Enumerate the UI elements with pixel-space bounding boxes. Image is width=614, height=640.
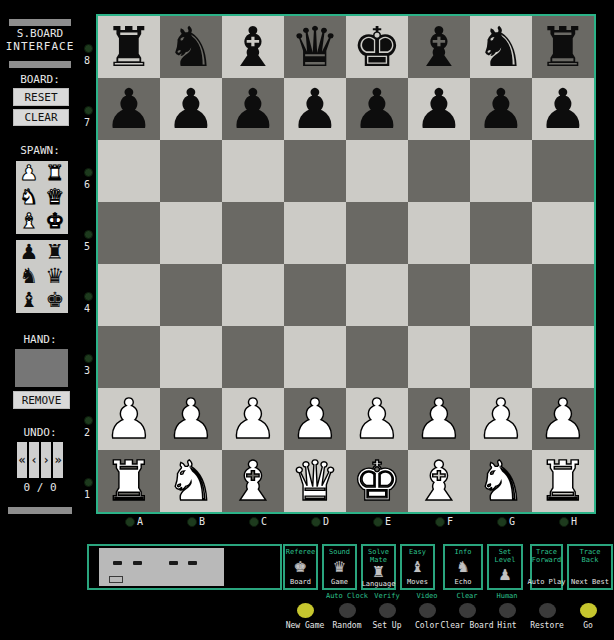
spawn-black-queen[interactable]: ♛: [42, 264, 68, 288]
black-pawn[interactable]: ♟: [538, 82, 587, 137]
square-h5[interactable]: [532, 202, 594, 264]
rank-led-1: [84, 478, 93, 487]
square-b2[interactable]: ♟: [160, 388, 222, 450]
white-knight[interactable]: ♞: [476, 454, 525, 509]
piece-glyph: ♝: [20, 290, 39, 311]
spawn-black-king[interactable]: ♚: [42, 289, 68, 313]
spawn-black-pawn[interactable]: ♟: [16, 240, 42, 264]
divider-bar-bottom: [8, 507, 72, 514]
square-d1[interactable]: ♛: [284, 450, 346, 512]
square-c6[interactable]: [222, 140, 284, 202]
panel-button-top-label: Referee: [286, 548, 316, 556]
file-led-E: [373, 517, 383, 527]
piece-glyph: ♜: [46, 242, 65, 263]
square-f7[interactable]: ♟: [408, 78, 470, 140]
white-pawn[interactable]: ♟: [414, 392, 463, 447]
square-e4[interactable]: [346, 264, 408, 326]
rank-led-2: [84, 416, 93, 425]
square-h7[interactable]: ♟: [532, 78, 594, 140]
square-e7[interactable]: ♟: [346, 78, 408, 140]
black-pawn[interactable]: ♟: [476, 82, 525, 137]
black-rook[interactable]: ♜: [104, 20, 153, 75]
file-led-G: [497, 517, 507, 527]
chess-board[interactable]: ♜♞♝♛♚♝♞♜♟♟♟♟♟♟♟♟♟♟♟♟♟♟♟♟♜♞♝♛♚♝♞♜: [96, 14, 596, 514]
square-d7[interactable]: ♟: [284, 78, 346, 140]
spawn-black-rook[interactable]: ♜: [42, 240, 68, 264]
black-pawn[interactable]: ♟: [414, 82, 463, 137]
square-a8[interactable]: ♜: [98, 16, 160, 78]
square-a6[interactable]: [98, 140, 160, 202]
square-h6[interactable]: [532, 140, 594, 202]
panel-button-bottom-label: Echo: [455, 578, 472, 586]
square-b3[interactable]: [160, 326, 222, 388]
square-c3[interactable]: [222, 326, 284, 388]
clock-digit-dash: [133, 561, 142, 565]
square-h4[interactable]: [532, 264, 594, 326]
file-led-B: [187, 517, 197, 527]
spawn-white-pawn[interactable]: ♟: [16, 161, 42, 185]
file-label-B: B: [199, 516, 205, 527]
file-labels: ABCDEFGH: [0, 514, 614, 532]
square-a7[interactable]: ♟: [98, 78, 160, 140]
square-b8[interactable]: ♞: [160, 16, 222, 78]
white-pawn[interactable]: ♟: [166, 392, 215, 447]
led-button-row: New GameAuto ClockRandomVerifySet UpVide…: [0, 592, 614, 638]
rook-icon: ♜: [372, 565, 385, 580]
panel-button-top-label: Set Level: [489, 548, 521, 565]
square-e1[interactable]: ♚: [346, 450, 408, 512]
square-d4[interactable]: [284, 264, 346, 326]
spawn-white-king[interactable]: ♚: [42, 210, 68, 234]
square-c1[interactable]: ♝: [222, 450, 284, 512]
file-label-A: A: [137, 516, 143, 527]
divider-bar-top: [9, 19, 71, 26]
black-knight[interactable]: ♞: [166, 20, 215, 75]
white-pawn[interactable]: ♟: [104, 392, 153, 447]
hand-section-label: HAND:: [0, 333, 80, 346]
white-queen[interactable]: ♛: [290, 454, 339, 509]
rank-label-6: 6: [84, 179, 90, 190]
rank-label-7: 7: [84, 117, 90, 128]
square-b1[interactable]: ♞: [160, 450, 222, 512]
clock-lcd: [99, 548, 224, 586]
square-b7[interactable]: ♟: [160, 78, 222, 140]
divider-bar-mid: [9, 61, 71, 68]
spawn-black-bishop[interactable]: ♝: [16, 289, 42, 313]
white-pawn[interactable]: ♟: [476, 392, 525, 447]
square-f4[interactable]: [408, 264, 470, 326]
panel-button-top-label: Info: [455, 548, 472, 556]
panel-button-bottom-label: Auto Play: [528, 578, 566, 586]
file-label-D: D: [323, 516, 329, 527]
pawn-icon: ♟: [498, 568, 511, 583]
square-f2[interactable]: ♟: [408, 388, 470, 450]
white-king[interactable]: ♚: [352, 454, 401, 509]
board-section-label: BOARD:: [0, 73, 80, 86]
square-c8[interactable]: ♝: [222, 16, 284, 78]
square-a4[interactable]: [98, 264, 160, 326]
white-knight[interactable]: ♞: [166, 454, 215, 509]
undo-controls: «‹›»: [17, 442, 63, 478]
led-group-go: Go: [550, 592, 614, 630]
white-bishop[interactable]: ♝: [228, 454, 277, 509]
clock-digit-dash: [169, 561, 178, 565]
square-a1[interactable]: ♜: [98, 450, 160, 512]
file-label-H: H: [571, 516, 577, 527]
square-f3[interactable]: [408, 326, 470, 388]
square-b5[interactable]: [160, 202, 222, 264]
knight-icon: ♞: [456, 560, 469, 575]
piece-glyph: ♚: [46, 211, 65, 232]
panel-button-bottom-label: Moves: [407, 578, 428, 586]
piece-glyph: ♝: [20, 211, 39, 232]
black-pawn[interactable]: ♟: [228, 82, 277, 137]
rank-led-6: [84, 168, 93, 177]
black-pawn[interactable]: ♟: [290, 82, 339, 137]
black-bishop[interactable]: ♝: [414, 20, 463, 75]
spawn-white-rook[interactable]: ♜: [42, 161, 68, 185]
spawn-white-knight[interactable]: ♞: [16, 185, 42, 209]
square-a2[interactable]: ♟: [98, 388, 160, 450]
square-e5[interactable]: [346, 202, 408, 264]
piece-glyph: ♟: [20, 242, 39, 263]
square-e3[interactable]: [346, 326, 408, 388]
square-g2[interactable]: ♟: [470, 388, 532, 450]
square-d8[interactable]: ♛: [284, 16, 346, 78]
file-label-E: E: [385, 516, 391, 527]
bishop-icon: ♝: [411, 560, 424, 575]
panel-button-bottom-label: Language: [362, 580, 396, 588]
spawn-palette-black: ♟♜♞♛♝♚: [16, 240, 68, 313]
square-g5[interactable]: [470, 202, 532, 264]
app-title-line2: INTERFACE: [0, 40, 80, 53]
white-pawn[interactable]: ♟: [290, 392, 339, 447]
rank-label-3: 3: [84, 365, 90, 376]
white-pawn[interactable]: ♟: [352, 392, 401, 447]
rank-led-5: [84, 230, 93, 239]
undo-forward-button[interactable]: ›: [41, 442, 51, 478]
file-led-F: [435, 517, 445, 527]
led-button-go[interactable]: [580, 603, 597, 618]
piece-glyph: ♜: [46, 163, 65, 184]
square-c7[interactable]: ♟: [222, 78, 284, 140]
black-queen[interactable]: ♛: [290, 20, 339, 75]
black-pawn[interactable]: ♟: [104, 82, 153, 137]
clock-panel: [87, 544, 282, 590]
rank-led-8: [84, 44, 93, 53]
square-d5[interactable]: [284, 202, 346, 264]
square-d3[interactable]: [284, 326, 346, 388]
led-mode-label: [550, 592, 614, 601]
black-knight[interactable]: ♞: [476, 20, 525, 75]
file-led-C: [249, 517, 259, 527]
white-pawn[interactable]: ♟: [538, 392, 587, 447]
black-king[interactable]: ♚: [352, 20, 401, 75]
square-g4[interactable]: [470, 264, 532, 326]
hand-box: [15, 349, 68, 387]
rank-led-7: [84, 106, 93, 115]
panel-button-info[interactable]: Info♞Echo: [443, 544, 483, 590]
square-h1[interactable]: ♜: [532, 450, 594, 512]
rank-label-4: 4: [84, 303, 90, 314]
piece-glyph: ♛: [46, 187, 65, 208]
panel-button-sound[interactable]: Sound♛Game: [322, 544, 357, 590]
queen-icon: ♛: [333, 560, 346, 575]
panel-button-easy[interactable]: Easy♝Moves: [400, 544, 435, 590]
black-rook[interactable]: ♜: [538, 20, 587, 75]
square-g7[interactable]: ♟: [470, 78, 532, 140]
app-title-line1: S.BOARD: [0, 27, 80, 40]
panel-button-bottom-label: Game: [331, 578, 348, 586]
panel-button-referee[interactable]: Referee♚Board: [283, 544, 318, 590]
clock-digit-dash: [113, 561, 122, 565]
square-e6[interactable]: [346, 140, 408, 202]
rank-label-2: 2: [84, 427, 90, 438]
piece-glyph: ♞: [20, 266, 39, 287]
clear-button[interactable]: CLEAR: [13, 109, 69, 126]
chess-interface-window: S.BOARD INTERFACE BOARD: RESET CLEAR SPA…: [0, 0, 614, 640]
file-led-D: [311, 517, 321, 527]
rank-label-1: 1: [84, 489, 90, 500]
undo-back-button[interactable]: ‹: [29, 442, 39, 478]
square-g3[interactable]: [470, 326, 532, 388]
square-d2[interactable]: ♟: [284, 388, 346, 450]
panel-button-top-label: Sound: [329, 548, 350, 556]
square-h8[interactable]: ♜: [532, 16, 594, 78]
square-b6[interactable]: [160, 140, 222, 202]
white-pawn[interactable]: ♟: [228, 392, 277, 447]
square-h3[interactable]: [532, 326, 594, 388]
square-g8[interactable]: ♞: [470, 16, 532, 78]
square-e8[interactable]: ♚: [346, 16, 408, 78]
spawn-white-bishop[interactable]: ♝: [16, 210, 42, 234]
spawn-black-knight[interactable]: ♞: [16, 264, 42, 288]
white-rook[interactable]: ♜: [104, 454, 153, 509]
piece-glyph: ♞: [20, 187, 39, 208]
rank-led-4: [84, 292, 93, 301]
file-led-A: [125, 517, 135, 527]
spawn-white-queen[interactable]: ♛: [42, 185, 68, 209]
square-f6[interactable]: [408, 140, 470, 202]
piece-glyph: ♟: [20, 163, 39, 184]
square-c2[interactable]: ♟: [222, 388, 284, 450]
square-c4[interactable]: [222, 264, 284, 326]
black-bishop[interactable]: ♝: [228, 20, 277, 75]
white-bishop[interactable]: ♝: [414, 454, 463, 509]
rank-label-8: 8: [84, 55, 90, 66]
square-h2[interactable]: ♟: [532, 388, 594, 450]
panel-button-top-label: Easy: [409, 548, 426, 556]
square-g1[interactable]: ♞: [470, 450, 532, 512]
file-label-F: F: [447, 516, 453, 527]
file-led-H: [559, 517, 569, 527]
black-pawn[interactable]: ♟: [166, 82, 215, 137]
panel-button-trace-forward[interactable]: Trace ForwardAuto Play: [530, 544, 563, 590]
square-g6[interactable]: [470, 140, 532, 202]
black-pawn[interactable]: ♟: [352, 82, 401, 137]
rank-labels: 87654321: [80, 0, 96, 530]
piece-glyph: ♚: [46, 290, 65, 311]
led-label: Go: [550, 621, 614, 630]
square-c5[interactable]: [222, 202, 284, 264]
spawn-section-label: SPAWN:: [0, 144, 80, 157]
white-rook[interactable]: ♜: [538, 454, 587, 509]
rank-label-5: 5: [84, 241, 90, 252]
reset-button[interactable]: RESET: [13, 88, 69, 106]
file-label-C: C: [261, 516, 267, 527]
panel-button-bottom-label: Next Best: [571, 578, 609, 586]
square-e2[interactable]: ♟: [346, 388, 408, 450]
square-b4[interactable]: [160, 264, 222, 326]
panel-button-set-level[interactable]: Set Level♟: [487, 544, 523, 590]
remove-button[interactable]: REMOVE: [13, 391, 70, 409]
king-icon: ♚: [294, 560, 307, 575]
panel-button-bottom-label: Board: [290, 578, 311, 586]
undo-first-button[interactable]: «: [17, 442, 27, 478]
square-f5[interactable]: [408, 202, 470, 264]
square-a3[interactable]: [98, 326, 160, 388]
file-label-G: G: [509, 516, 515, 527]
panel-button-top-label: Trace Back: [569, 548, 611, 565]
square-d6[interactable]: [284, 140, 346, 202]
piece-glyph: ♛: [46, 266, 65, 287]
panel-button-trace-back[interactable]: Trace BackNext Best: [567, 544, 613, 590]
square-a5[interactable]: [98, 202, 160, 264]
square-f8[interactable]: ♝: [408, 16, 470, 78]
undo-section-label: UNDO:: [0, 426, 80, 439]
spawn-palette-white: ♟♜♞♛♝♚: [16, 161, 68, 234]
square-f1[interactable]: ♝: [408, 450, 470, 512]
panel-button-solve-mate[interactable]: Solve Mate♜Language: [361, 544, 396, 590]
undo-last-button[interactable]: »: [53, 442, 63, 478]
undo-counter: 0 / 0: [0, 481, 80, 494]
clock-digit-dash: [188, 561, 197, 565]
clock-battery-indicator: [109, 576, 123, 583]
rank-led-3: [84, 354, 93, 363]
panel-button-top-label: Trace Forward: [532, 548, 562, 565]
